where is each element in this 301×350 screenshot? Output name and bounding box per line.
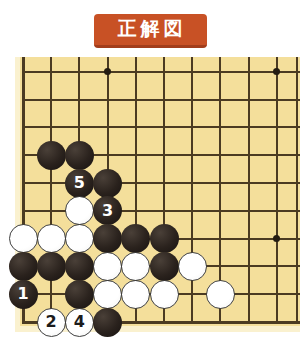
black-stone (93, 308, 122, 337)
move-number: 5 (74, 175, 85, 191)
grid-line-horizontal (22, 99, 301, 101)
white-stone (178, 252, 207, 281)
white-stone (121, 252, 150, 281)
white-stone: 4 (65, 308, 94, 337)
grid-line-vertical-cropped (296, 57, 298, 324)
black-stone (37, 252, 66, 281)
star-point (273, 235, 280, 242)
black-stone (37, 141, 66, 170)
black-stone: 3 (93, 196, 122, 225)
white-stone (93, 252, 122, 281)
diagram-frame: 正解図 53124 (0, 0, 300, 350)
black-stone (150, 224, 179, 253)
black-stone (150, 252, 179, 281)
white-stone (9, 224, 38, 253)
grid-line-vertical (276, 57, 278, 324)
white-stone: 2 (37, 308, 66, 337)
grid-line-horizontal (22, 210, 301, 212)
white-stone (206, 280, 235, 309)
grid-line-vertical (248, 57, 250, 324)
move-number: 1 (17, 286, 28, 302)
black-stone (65, 252, 94, 281)
black-stone (9, 252, 38, 281)
black-stone: 1 (9, 280, 38, 309)
grid-line-vertical (191, 57, 193, 324)
white-stone (37, 224, 66, 253)
white-stone (65, 224, 94, 253)
black-stone (93, 224, 122, 253)
black-stone (121, 224, 150, 253)
move-number: 4 (74, 314, 85, 330)
grid-line-horizontal (22, 182, 301, 184)
black-stone: 5 (65, 169, 94, 198)
white-stone (65, 196, 94, 225)
white-stone (121, 280, 150, 309)
white-stone (93, 280, 122, 309)
star-point (104, 68, 111, 75)
star-point (273, 68, 280, 75)
grid-line-vertical (50, 57, 52, 324)
grid-line-horizontal (22, 126, 301, 128)
move-number: 3 (102, 203, 113, 219)
black-stone (93, 169, 122, 198)
move-number: 2 (46, 314, 57, 330)
black-stone (65, 280, 94, 309)
white-stone (150, 280, 179, 309)
grid-line-horizontal (22, 71, 301, 73)
black-stone (65, 141, 94, 170)
go-board: 53124 (0, 0, 300, 350)
